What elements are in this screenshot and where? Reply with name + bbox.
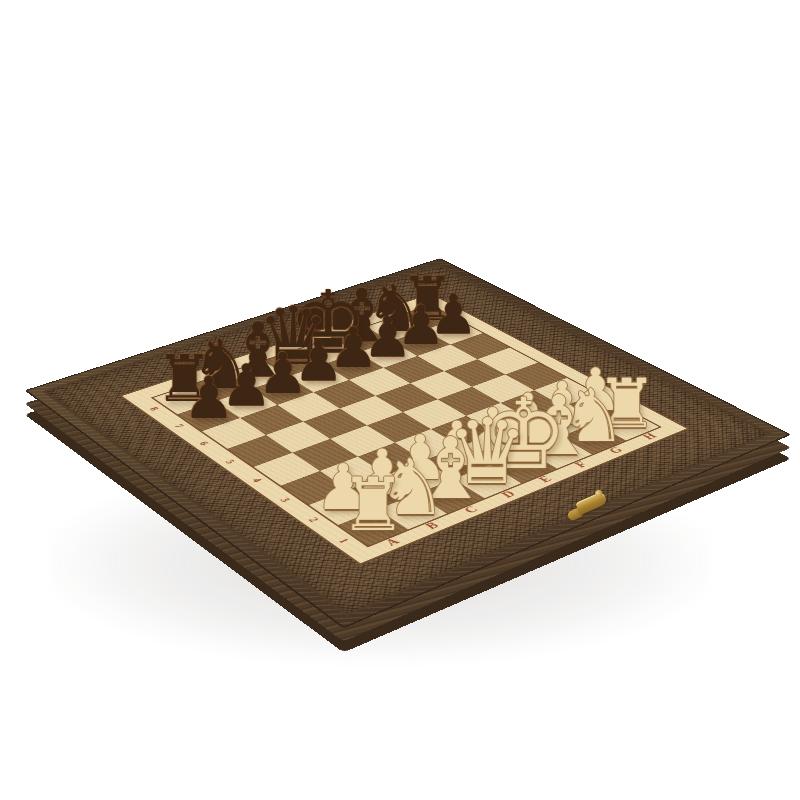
product-photo-stage: 87654321 ABCDEFGH ♜♞♝♛♚♝♞♜♟♟♟♟♟♟♟♟♟♟♟♟♟♟… (0, 0, 800, 800)
